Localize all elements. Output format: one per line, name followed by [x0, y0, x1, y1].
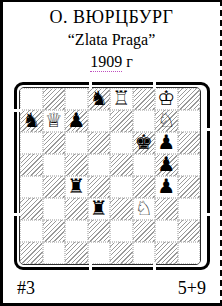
square-c7: ♟ — [65, 110, 88, 132]
problem-diagram-page: О. ВЮРЦБУРГ “Zlata Praga” 1909 г ♞♖♔♞♕♟♘… — [0, 0, 222, 306]
square-g3 — [155, 198, 178, 220]
square-b6 — [43, 132, 66, 154]
square-c1 — [65, 242, 88, 264]
square-a2 — [20, 220, 43, 242]
frame-tick — [203, 128, 210, 131]
square-c4: ♜ — [65, 176, 88, 198]
square-a8 — [20, 88, 43, 110]
square-d6 — [88, 132, 111, 154]
chess-board-frame: ♞♖♔♞♕♟♘♚♟♟♜♟♜♘ — [14, 82, 210, 270]
square-e1 — [110, 242, 133, 264]
square-c3 — [65, 198, 88, 220]
square-h2 — [178, 220, 201, 242]
square-c2 — [65, 220, 88, 242]
square-f5 — [133, 154, 156, 176]
square-e4 — [110, 176, 133, 198]
frame-tick — [14, 213, 21, 216]
black-rook-c4: ♜ — [67, 176, 85, 196]
frame-tick — [203, 213, 210, 216]
square-a3 — [20, 198, 43, 220]
square-h1 — [178, 242, 201, 264]
square-h4 — [178, 176, 201, 198]
square-f2 — [133, 220, 156, 242]
square-b7: ♕ — [43, 110, 66, 132]
square-e7 — [110, 110, 133, 132]
square-h8 — [178, 88, 201, 110]
caption-row: #3 5+9 — [17, 276, 206, 300]
black-pawn-g4: ♟ — [157, 176, 175, 196]
black-pawn-g6: ♟ — [157, 132, 175, 152]
square-f3: ♘ — [133, 198, 156, 220]
square-d8: ♞ — [88, 88, 111, 110]
white-knight-f3: ♘ — [135, 198, 153, 218]
square-f6: ♚ — [133, 132, 156, 154]
square-f4 — [133, 176, 156, 198]
square-f1 — [133, 242, 156, 264]
problem-header: О. ВЮРЦБУРГ “Zlata Praga” 1909 г — [3, 6, 220, 73]
white-rook-e8: ♖ — [112, 88, 130, 108]
black-pawn-c7: ♟ — [67, 110, 85, 130]
square-e6 — [110, 132, 133, 154]
board-grid: ♞♖♔♞♕♟♘♚♟♟♜♟♜♘ — [20, 88, 200, 264]
white-queen-b7: ♕ — [45, 110, 63, 130]
white-king-g8: ♔ — [157, 88, 175, 108]
square-d3: ♜ — [88, 198, 111, 220]
square-c5 — [65, 154, 88, 176]
square-a5 — [20, 154, 43, 176]
square-d2 — [88, 220, 111, 242]
square-b1 — [43, 242, 66, 264]
problem-source: “Zlata Praga” — [3, 29, 220, 51]
material-count: 5+9 — [178, 276, 206, 300]
square-h5 — [178, 154, 201, 176]
square-b8 — [43, 88, 66, 110]
black-knight-d8: ♞ — [90, 88, 108, 108]
black-rook-d3: ♜ — [90, 198, 108, 218]
problem-year: 1909 г — [3, 51, 220, 73]
problem-author: О. ВЮРЦБУРГ — [3, 6, 220, 29]
square-d1 — [88, 242, 111, 264]
square-d7 — [88, 110, 111, 132]
square-g8: ♔ — [155, 88, 178, 110]
square-b2 — [43, 220, 66, 242]
square-h6 — [178, 132, 201, 154]
square-a7: ♞ — [20, 110, 43, 132]
square-c8 — [65, 88, 88, 110]
frame-tick — [153, 82, 156, 89]
square-g6: ♟ — [155, 132, 178, 154]
square-a6 — [20, 132, 43, 154]
square-g7: ♘ — [155, 110, 178, 132]
year-suffix: г — [122, 53, 133, 70]
square-e5 — [110, 154, 133, 176]
square-c6 — [65, 132, 88, 154]
black-knight-a7: ♞ — [22, 110, 40, 130]
square-d4 — [88, 176, 111, 198]
year-value: 1909 — [90, 53, 122, 72]
square-f7 — [133, 110, 156, 132]
square-d5 — [88, 154, 111, 176]
square-a4 — [20, 176, 43, 198]
square-f8 — [133, 88, 156, 110]
white-knight-g7: ♘ — [157, 110, 175, 130]
square-b3 — [43, 198, 66, 220]
frame-tick — [89, 82, 92, 89]
black-king-f6: ♚ — [135, 132, 153, 152]
stipulation: #3 — [17, 276, 35, 300]
square-h7 — [178, 110, 201, 132]
square-b5 — [43, 154, 66, 176]
square-e2 — [110, 220, 133, 242]
square-g5: ♟ — [155, 154, 178, 176]
frame-tick — [89, 263, 92, 270]
square-e3 — [110, 198, 133, 220]
frame-tick — [14, 109, 21, 112]
square-a1 — [20, 242, 43, 264]
square-h3 — [178, 198, 201, 220]
chess-board: ♞♖♔♞♕♟♘♚♟♟♜♟♜♘ — [19, 87, 201, 265]
square-g1 — [155, 242, 178, 264]
frame-tick — [153, 263, 156, 270]
square-e8: ♖ — [110, 88, 133, 110]
black-pawn-g5: ♟ — [157, 154, 175, 174]
square-g4: ♟ — [155, 176, 178, 198]
square-b4 — [43, 176, 66, 198]
square-g2 — [155, 220, 178, 242]
